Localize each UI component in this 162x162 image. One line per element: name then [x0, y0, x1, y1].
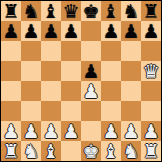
square-f6[interactable]	[101, 41, 121, 61]
square-h6[interactable]	[141, 41, 161, 61]
square-a4[interactable]	[1, 81, 21, 101]
square-c5[interactable]	[41, 61, 61, 81]
white-bishop[interactable]: ♝	[42, 141, 59, 161]
square-d8[interactable]: ♛	[61, 1, 81, 21]
white-pawn[interactable]: ♟	[22, 121, 39, 141]
board-grid: ♜♞♝♛♚♝♞♜♟♟♟♟♟♟♟♟♛♟♟♟♟♟♟♟♟♜♞♝♚♝♞♜	[1, 1, 161, 161]
white-pawn[interactable]: ♟	[82, 81, 99, 101]
square-h1[interactable]: ♜	[141, 141, 161, 161]
square-h7[interactable]: ♟	[141, 21, 161, 41]
black-pawn[interactable]: ♟	[102, 21, 119, 41]
square-a6[interactable]	[1, 41, 21, 61]
square-c1[interactable]: ♝	[41, 141, 61, 161]
square-c7[interactable]: ♟	[41, 21, 61, 41]
square-e8[interactable]: ♚	[81, 1, 101, 21]
white-knight[interactable]: ♞	[122, 141, 139, 161]
square-b7[interactable]: ♟	[21, 21, 41, 41]
square-c2[interactable]: ♟	[41, 121, 61, 141]
square-g1[interactable]: ♞	[121, 141, 141, 161]
square-d2[interactable]: ♟	[61, 121, 81, 141]
square-e3[interactable]	[81, 101, 101, 121]
square-g3[interactable]	[121, 101, 141, 121]
black-pawn[interactable]: ♟	[22, 21, 39, 41]
square-a1[interactable]: ♜	[1, 141, 21, 161]
white-rook[interactable]: ♜	[142, 141, 159, 161]
black-knight[interactable]: ♞	[22, 1, 39, 21]
black-bishop[interactable]: ♝	[102, 1, 119, 21]
square-f7[interactable]: ♟	[101, 21, 121, 41]
square-b1[interactable]: ♞	[21, 141, 41, 161]
square-e1[interactable]: ♚	[81, 141, 101, 161]
square-h4[interactable]	[141, 81, 161, 101]
square-f5[interactable]	[101, 61, 121, 81]
square-c8[interactable]: ♝	[41, 1, 61, 21]
square-b6[interactable]	[21, 41, 41, 61]
square-a7[interactable]: ♟	[1, 21, 21, 41]
square-g8[interactable]: ♞	[121, 1, 141, 21]
white-pawn[interactable]: ♟	[122, 121, 139, 141]
square-e4[interactable]: ♟	[81, 81, 101, 101]
square-d5[interactable]	[61, 61, 81, 81]
chess-board: ♜♞♝♛♚♝♞♜♟♟♟♟♟♟♟♟♛♟♟♟♟♟♟♟♟♜♞♝♚♝♞♜	[0, 0, 162, 162]
white-bishop[interactable]: ♝	[102, 141, 119, 161]
square-b8[interactable]: ♞	[21, 1, 41, 21]
white-queen[interactable]: ♛	[142, 61, 159, 81]
black-pawn[interactable]: ♟	[142, 21, 159, 41]
black-king[interactable]: ♚	[82, 1, 99, 21]
square-b3[interactable]	[21, 101, 41, 121]
square-e7[interactable]	[81, 21, 101, 41]
square-f8[interactable]: ♝	[101, 1, 121, 21]
square-e5[interactable]: ♟	[81, 61, 101, 81]
square-h2[interactable]: ♟	[141, 121, 161, 141]
square-f3[interactable]	[101, 101, 121, 121]
square-h5[interactable]: ♛	[141, 61, 161, 81]
black-pawn[interactable]: ♟	[122, 21, 139, 41]
black-rook[interactable]: ♜	[142, 1, 159, 21]
square-a5[interactable]	[1, 61, 21, 81]
black-pawn[interactable]: ♟	[82, 61, 99, 81]
square-f4[interactable]	[101, 81, 121, 101]
square-f2[interactable]: ♟	[101, 121, 121, 141]
black-bishop[interactable]: ♝	[42, 1, 59, 21]
square-d7[interactable]: ♟	[61, 21, 81, 41]
square-d1[interactable]	[61, 141, 81, 161]
black-pawn[interactable]: ♟	[2, 21, 19, 41]
white-pawn[interactable]: ♟	[62, 121, 79, 141]
white-king[interactable]: ♚	[82, 141, 99, 161]
white-pawn[interactable]: ♟	[142, 121, 159, 141]
black-pawn[interactable]: ♟	[62, 21, 79, 41]
square-b4[interactable]	[21, 81, 41, 101]
square-a8[interactable]: ♜	[1, 1, 21, 21]
white-pawn[interactable]: ♟	[42, 121, 59, 141]
white-pawn[interactable]: ♟	[102, 121, 119, 141]
square-g5[interactable]	[121, 61, 141, 81]
black-knight[interactable]: ♞	[122, 1, 139, 21]
black-pawn[interactable]: ♟	[42, 21, 59, 41]
square-g6[interactable]	[121, 41, 141, 61]
square-c6[interactable]	[41, 41, 61, 61]
white-rook[interactable]: ♜	[2, 141, 19, 161]
square-a3[interactable]	[1, 101, 21, 121]
square-d4[interactable]	[61, 81, 81, 101]
square-h8[interactable]: ♜	[141, 1, 161, 21]
square-g4[interactable]	[121, 81, 141, 101]
square-g7[interactable]: ♟	[121, 21, 141, 41]
square-c3[interactable]	[41, 101, 61, 121]
square-c4[interactable]	[41, 81, 61, 101]
white-knight[interactable]: ♞	[22, 141, 39, 161]
square-f1[interactable]: ♝	[101, 141, 121, 161]
square-h3[interactable]	[141, 101, 161, 121]
square-g2[interactable]: ♟	[121, 121, 141, 141]
square-b5[interactable]	[21, 61, 41, 81]
black-rook[interactable]: ♜	[2, 1, 19, 21]
square-e2[interactable]	[81, 121, 101, 141]
square-b2[interactable]: ♟	[21, 121, 41, 141]
black-queen[interactable]: ♛	[62, 1, 79, 21]
square-d6[interactable]	[61, 41, 81, 61]
white-pawn[interactable]: ♟	[2, 121, 19, 141]
square-e6[interactable]	[81, 41, 101, 61]
square-a2[interactable]: ♟	[1, 121, 21, 141]
square-d3[interactable]	[61, 101, 81, 121]
